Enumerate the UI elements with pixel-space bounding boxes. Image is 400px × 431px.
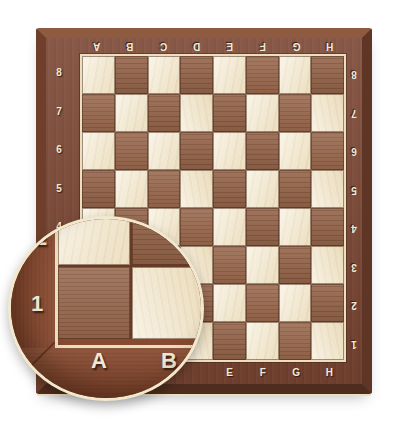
coord-right-2: 2 bbox=[346, 285, 362, 324]
square-b6[interactable] bbox=[115, 132, 148, 170]
square-f7[interactable] bbox=[246, 94, 279, 132]
coord-right-1: 1 bbox=[346, 324, 362, 363]
coord-right-7: 7 bbox=[346, 93, 362, 132]
square-e8[interactable] bbox=[213, 56, 246, 94]
square-b5[interactable] bbox=[115, 170, 148, 208]
coord-top-a: A bbox=[80, 38, 113, 54]
coord-right-4: 4 bbox=[346, 208, 362, 247]
coord-bottom-e: E bbox=[213, 362, 246, 384]
coord-top-h: H bbox=[313, 38, 346, 54]
coord-right-5: 5 bbox=[346, 170, 362, 209]
coord-bottom-g: G bbox=[280, 362, 313, 384]
square-a6[interactable] bbox=[82, 132, 115, 170]
square-h1[interactable] bbox=[311, 322, 344, 360]
square-g5[interactable] bbox=[279, 170, 312, 208]
square-b7[interactable] bbox=[115, 94, 148, 132]
square-f8[interactable] bbox=[246, 56, 279, 94]
coord-top-b: B bbox=[113, 38, 146, 54]
square-h5[interactable] bbox=[311, 170, 344, 208]
square-d6[interactable] bbox=[180, 132, 213, 170]
square-d7[interactable] bbox=[180, 94, 213, 132]
square-a8[interactable] bbox=[82, 56, 115, 94]
square-h6[interactable] bbox=[311, 132, 344, 170]
square-c8[interactable] bbox=[148, 56, 181, 94]
coord-top-d: D bbox=[180, 38, 213, 54]
square-g6[interactable] bbox=[279, 132, 312, 170]
square-a7[interactable] bbox=[82, 94, 115, 132]
square-g1[interactable] bbox=[279, 322, 312, 360]
square-h4[interactable] bbox=[311, 208, 344, 246]
square-h8[interactable] bbox=[311, 56, 344, 94]
square-d5[interactable] bbox=[180, 170, 213, 208]
inset-square-a2 bbox=[58, 216, 130, 265]
square-e6[interactable] bbox=[213, 132, 246, 170]
square-e1[interactable] bbox=[213, 322, 246, 360]
inset-square-a1 bbox=[58, 267, 130, 339]
square-g3[interactable] bbox=[279, 246, 312, 284]
inset-rank-label-1: 1 bbox=[31, 293, 43, 315]
inset-maple-border-horizontal bbox=[55, 345, 201, 348]
coord-top-f: F bbox=[246, 38, 279, 54]
product-photo: ABCDEFGH ABCDEFGH 87654321 87654321 2 1 … bbox=[0, 0, 400, 431]
square-h3[interactable] bbox=[311, 246, 344, 284]
square-f1[interactable] bbox=[246, 322, 279, 360]
square-d4[interactable] bbox=[180, 208, 213, 246]
coord-left-5: 5 bbox=[46, 170, 80, 209]
square-e3[interactable] bbox=[213, 246, 246, 284]
coord-left-6: 6 bbox=[46, 131, 80, 170]
square-f6[interactable] bbox=[246, 132, 279, 170]
square-c5[interactable] bbox=[148, 170, 181, 208]
square-d8[interactable] bbox=[180, 56, 213, 94]
square-e5[interactable] bbox=[213, 170, 246, 208]
top-file-labels: ABCDEFGH bbox=[80, 38, 346, 54]
coord-top-e: E bbox=[213, 38, 246, 54]
square-e7[interactable] bbox=[213, 94, 246, 132]
square-f4[interactable] bbox=[246, 208, 279, 246]
coord-top-g: G bbox=[280, 38, 313, 54]
square-a5[interactable] bbox=[82, 170, 115, 208]
square-b8[interactable] bbox=[115, 56, 148, 94]
inset-file-label-a: A bbox=[91, 350, 107, 372]
square-g2[interactable] bbox=[279, 284, 312, 322]
coord-bottom-h: H bbox=[313, 362, 346, 384]
square-g8[interactable] bbox=[279, 56, 312, 94]
square-c6[interactable] bbox=[148, 132, 181, 170]
square-e2[interactable] bbox=[213, 284, 246, 322]
coord-bottom-f: F bbox=[246, 362, 279, 384]
square-f3[interactable] bbox=[246, 246, 279, 284]
square-f5[interactable] bbox=[246, 170, 279, 208]
square-e4[interactable] bbox=[213, 208, 246, 246]
square-h7[interactable] bbox=[311, 94, 344, 132]
coord-right-8: 8 bbox=[346, 54, 362, 93]
coord-left-7: 7 bbox=[46, 93, 80, 132]
right-rank-labels: 87654321 bbox=[346, 54, 362, 362]
square-g4[interactable] bbox=[279, 208, 312, 246]
square-f2[interactable] bbox=[246, 284, 279, 322]
coord-right-3: 3 bbox=[346, 247, 362, 286]
inset-square-b1 bbox=[132, 267, 204, 339]
coord-top-c: C bbox=[147, 38, 180, 54]
inset-maple-border-vertical bbox=[55, 219, 58, 348]
square-c7[interactable] bbox=[148, 94, 181, 132]
coord-left-8: 8 bbox=[46, 54, 80, 93]
coord-right-6: 6 bbox=[346, 131, 362, 170]
inset-file-label-b: B bbox=[161, 350, 177, 372]
square-h2[interactable] bbox=[311, 284, 344, 322]
magnifier-inset: 2 1 A B bbox=[8, 216, 204, 401]
square-g7[interactable] bbox=[279, 94, 312, 132]
